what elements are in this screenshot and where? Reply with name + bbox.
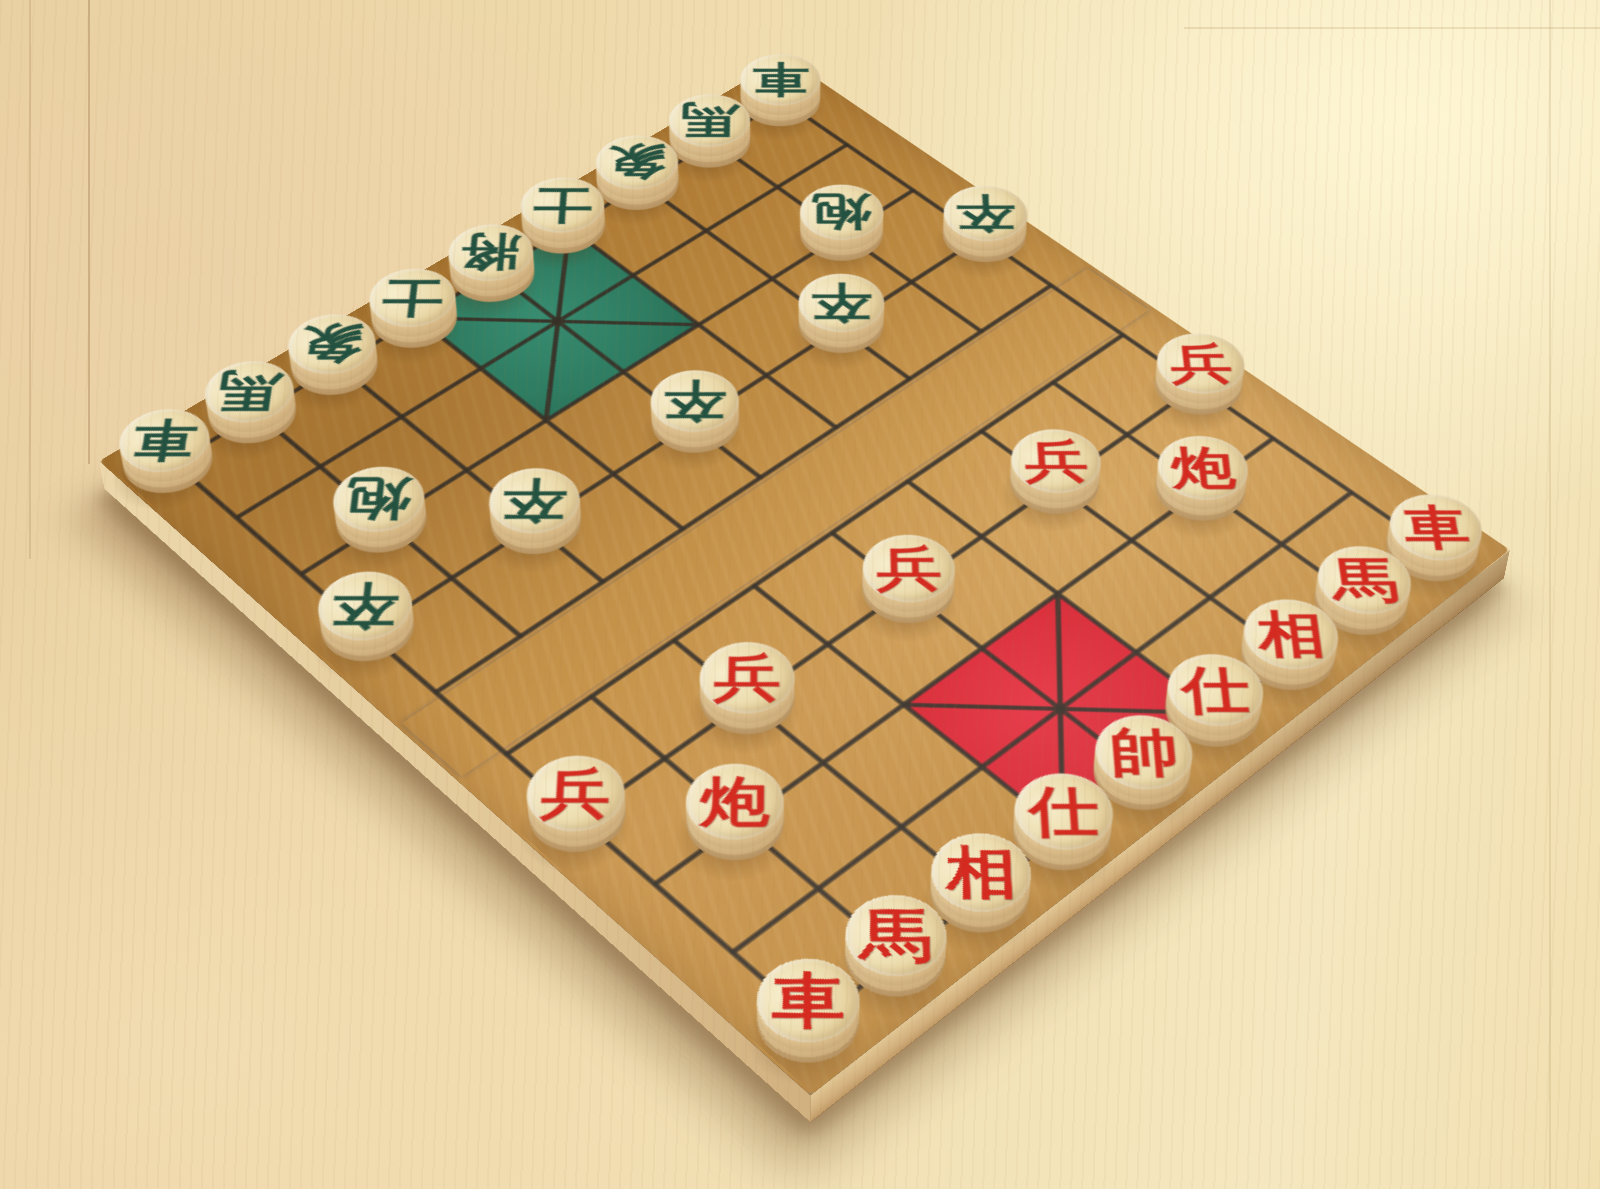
piece-character: 相 xyxy=(1255,609,1328,659)
piece-character: 卒 xyxy=(329,581,401,630)
table-plank-seam xyxy=(29,0,31,559)
photo-scene: 車馬象士將士象馬車炮炮卒卒卒卒卒兵兵兵兵兵炮炮車馬相仕帥仕相馬車 xyxy=(0,0,1600,1189)
piece-character: 炮 xyxy=(344,476,414,522)
piece-character: 兵 xyxy=(876,544,943,592)
piece-character: 兵 xyxy=(713,652,781,703)
table-plank-seam xyxy=(1184,27,1600,29)
piece-red-soldier[interactable]: 兵 xyxy=(844,545,973,640)
piece-red-soldier[interactable]: 兵 xyxy=(681,651,813,751)
piece-green-soldier[interactable]: 卒 xyxy=(303,581,433,678)
piece-character: 車 xyxy=(1400,504,1473,551)
xiangqi-board: 車馬象士將士象馬車炮炮卒卒卒卒卒兵兵兵兵兵炮炮車馬相仕帥仕相馬車 xyxy=(99,57,1510,1095)
piece-red-soldier[interactable]: 兵 xyxy=(509,764,645,870)
piece-character: 炮 xyxy=(699,774,769,828)
piece-character: 仕 xyxy=(1179,664,1252,715)
table-plank-seam xyxy=(1549,0,1551,1189)
piece-character: 帥 xyxy=(1107,726,1180,779)
piece-character: 馬 xyxy=(1328,556,1401,604)
table-plank-seam xyxy=(88,0,90,464)
piece-red-cannon[interactable]: 炮 xyxy=(667,772,804,879)
piece-character: 馬 xyxy=(860,906,933,964)
piece-character: 車 xyxy=(771,971,845,1031)
piece-character: 相 xyxy=(945,844,1018,900)
piece-character: 卒 xyxy=(500,477,568,523)
piece-character: 仕 xyxy=(1027,784,1100,838)
piece-character: 兵 xyxy=(539,766,611,820)
